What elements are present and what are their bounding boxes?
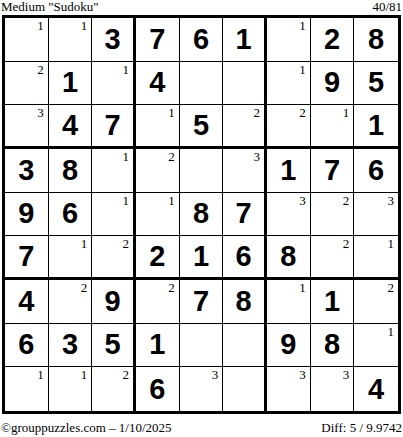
- sudoku-grid: 1137611282114195347152211381231769611873…: [2, 15, 401, 414]
- cell-value: 1: [324, 287, 340, 316]
- cell-value: 1: [236, 25, 252, 54]
- cell-value: 1: [62, 68, 78, 97]
- pencil-mark: 1: [37, 19, 44, 33]
- pencil-mark: 2: [299, 106, 306, 120]
- cell-r1c7[interactable]: 1: [267, 18, 311, 62]
- cell-r6c4[interactable]: 2: [136, 236, 180, 280]
- pencil-mark: 1: [299, 281, 306, 295]
- cell-r4c3[interactable]: 1: [92, 149, 136, 193]
- cell-value: 7: [149, 25, 165, 54]
- cell-r2c3[interactable]: 1: [92, 62, 136, 106]
- cell-r7c6[interactable]: 8: [223, 280, 267, 324]
- cell-value: 9: [280, 330, 296, 359]
- pencil-mark: 3: [37, 106, 44, 120]
- cell-r1c3[interactable]: 3: [92, 18, 136, 62]
- difficulty-text: Diff: 5 / 9.9742: [321, 421, 402, 435]
- cell-r2c9[interactable]: 5: [354, 62, 398, 106]
- cell-value: 4: [18, 287, 34, 316]
- cell-value: 9: [324, 68, 340, 97]
- cell-value: 4: [62, 111, 78, 140]
- cell-r5c8[interactable]: 2: [311, 193, 355, 237]
- pencil-mark: 1: [37, 368, 44, 382]
- cell-value: 5: [193, 111, 209, 140]
- cell-r8c5[interactable]: [180, 324, 224, 368]
- footer: ©grouppuzzles.com – 1/10/2025 Diff: 5 / …: [0, 421, 403, 435]
- cell-r8c4[interactable]: 1: [136, 324, 180, 368]
- cell-r5c7[interactable]: 3: [267, 193, 311, 237]
- cell-r7c1[interactable]: 4: [5, 280, 49, 324]
- cell-value: 7: [324, 156, 340, 185]
- cell-r9c9[interactable]: 4: [354, 367, 398, 411]
- cell-r5c6[interactable]: 7: [223, 193, 267, 237]
- cell-r4c1[interactable]: 3: [5, 149, 49, 193]
- pencil-mark: 2: [168, 281, 175, 295]
- cell-value: 1: [368, 111, 384, 140]
- pencil-mark: 1: [299, 63, 306, 77]
- cell-r8c7[interactable]: 9: [267, 324, 311, 368]
- cell-value: 7: [236, 199, 252, 228]
- cell-value: 7: [193, 287, 209, 316]
- cell-r6c9[interactable]: 1: [354, 236, 398, 280]
- cell-r2c8[interactable]: 9: [311, 62, 355, 106]
- pencil-mark: 1: [123, 194, 130, 208]
- pencil-mark: 2: [254, 106, 261, 120]
- cell-r1c1[interactable]: 1: [5, 18, 49, 62]
- cell-r8c8[interactable]: 8: [311, 324, 355, 368]
- cell-r6c1[interactable]: 7: [5, 236, 49, 280]
- sudoku-page: Medium "Sudoku" 40/81 113761128211419534…: [0, 0, 403, 437]
- cell-r2c1[interactable]: 2: [5, 62, 49, 106]
- cell-value: 2: [149, 242, 165, 271]
- cell-r7c4[interactable]: 2: [136, 280, 180, 324]
- pencil-mark: 3: [299, 194, 306, 208]
- cell-value: 9: [18, 199, 34, 228]
- cell-r5c2[interactable]: 6: [49, 193, 93, 237]
- page-title: Medium "Sudoku": [1, 0, 99, 14]
- cell-r9c1[interactable]: 1: [5, 367, 49, 411]
- cell-r6c2[interactable]: 1: [49, 236, 93, 280]
- cell-r1c2[interactable]: 1: [49, 18, 93, 62]
- cell-r9c6[interactable]: [223, 367, 267, 411]
- pencil-mark: 3: [388, 194, 395, 208]
- pencil-mark: 2: [81, 281, 88, 295]
- cell-value: 8: [62, 156, 78, 185]
- cell-r8c2[interactable]: 3: [49, 324, 93, 368]
- cell-r3c6[interactable]: 2: [223, 105, 267, 149]
- cell-r3c3[interactable]: 7: [92, 105, 136, 149]
- cell-value: 6: [193, 25, 209, 54]
- cell-value: 6: [368, 156, 384, 185]
- cell-r7c8[interactable]: 1: [311, 280, 355, 324]
- pencil-mark: 3: [254, 150, 261, 164]
- cell-r2c7[interactable]: 1: [267, 62, 311, 106]
- cell-value: 6: [149, 375, 165, 404]
- cell-r6c3[interactable]: 2: [92, 236, 136, 280]
- cell-value: 6: [18, 330, 34, 359]
- pencil-mark: 1: [299, 19, 306, 33]
- pencil-mark: 1: [168, 106, 175, 120]
- pencil-mark: 3: [299, 368, 306, 382]
- cell-r6c5[interactable]: 1: [180, 236, 224, 280]
- fill-counter: 40/81: [372, 0, 402, 14]
- cell-r4c6[interactable]: 3: [223, 149, 267, 193]
- cell-value: 6: [236, 242, 252, 271]
- cell-r5c9[interactable]: 3: [354, 193, 398, 237]
- cell-value: 8: [193, 199, 209, 228]
- cell-r8c3[interactable]: 5: [92, 324, 136, 368]
- cell-r7c9[interactable]: 2: [354, 280, 398, 324]
- pencil-mark: 3: [212, 368, 219, 382]
- cell-r4c8[interactable]: 7: [311, 149, 355, 193]
- pencil-mark: 1: [81, 237, 88, 251]
- cell-r7c7[interactable]: 1: [267, 280, 311, 324]
- cell-r2c4[interactable]: 4: [136, 62, 180, 106]
- cell-value: 4: [149, 68, 165, 97]
- cell-value: 1: [149, 330, 165, 359]
- cell-r4c2[interactable]: 8: [49, 149, 93, 193]
- cell-r5c5[interactable]: 8: [180, 193, 224, 237]
- cell-value: 3: [105, 25, 121, 54]
- copyright-text: ©grouppuzzles.com – 1/10/2025: [1, 421, 172, 435]
- cell-r2c6[interactable]: [223, 62, 267, 106]
- cell-r6c7[interactable]: 8: [267, 236, 311, 280]
- cell-r3c8[interactable]: 1: [311, 105, 355, 149]
- cell-r7c2[interactable]: 2: [49, 280, 93, 324]
- cell-r9c4[interactable]: 6: [136, 367, 180, 411]
- pencil-mark: 2: [343, 194, 350, 208]
- pencil-mark: 2: [37, 63, 44, 77]
- cell-r1c6[interactable]: 1: [223, 18, 267, 62]
- cell-value: 1: [193, 242, 209, 271]
- cell-value: 8: [368, 25, 384, 54]
- cell-value: 7: [18, 242, 34, 271]
- pencil-mark: 1: [123, 150, 130, 164]
- cell-r7c3[interactable]: 9: [92, 280, 136, 324]
- cell-r4c4[interactable]: 2: [136, 149, 180, 193]
- cell-r2c5[interactable]: [180, 62, 224, 106]
- pencil-mark: 2: [343, 237, 350, 251]
- pencil-mark: 2: [388, 281, 395, 295]
- cell-r6c6[interactable]: 6: [223, 236, 267, 280]
- cell-value: 8: [324, 330, 340, 359]
- cell-r3c4[interactable]: 1: [136, 105, 180, 149]
- cell-r3c2[interactable]: 4: [49, 105, 93, 149]
- cell-r6c8[interactable]: 2: [311, 236, 355, 280]
- cell-r9c3[interactable]: 2: [92, 367, 136, 411]
- cell-r3c1[interactable]: 3: [5, 105, 49, 149]
- header: Medium "Sudoku" 40/81: [0, 0, 403, 15]
- cell-r9c5[interactable]: 3: [180, 367, 224, 411]
- pencil-mark: 3: [343, 368, 350, 382]
- pencil-mark: 2: [123, 368, 130, 382]
- cell-r5c3[interactable]: 1: [92, 193, 136, 237]
- cell-r1c4[interactable]: 7: [136, 18, 180, 62]
- cell-r4c7[interactable]: 1: [267, 149, 311, 193]
- cell-value: 8: [280, 242, 296, 271]
- cell-r2c2[interactable]: 1: [49, 62, 93, 106]
- pencil-mark: 1: [343, 106, 350, 120]
- cell-value: 5: [368, 68, 384, 97]
- cell-r5c1[interactable]: 9: [5, 193, 49, 237]
- cell-r1c9[interactable]: 8: [354, 18, 398, 62]
- cell-value: 6: [62, 199, 78, 228]
- pencil-mark: 1: [388, 325, 395, 339]
- cell-r9c7[interactable]: 3: [267, 367, 311, 411]
- cell-r3c7[interactable]: 2: [267, 105, 311, 149]
- cell-value: 9: [105, 287, 121, 316]
- pencil-mark: 1: [388, 237, 395, 251]
- cell-r3c5[interactable]: 5: [180, 105, 224, 149]
- cell-value: 3: [62, 330, 78, 359]
- cell-r7c5[interactable]: 7: [180, 280, 224, 324]
- cell-r8c9[interactable]: 1: [354, 324, 398, 368]
- cell-r1c8[interactable]: 2: [311, 18, 355, 62]
- cell-r1c5[interactable]: 6: [180, 18, 224, 62]
- cell-r8c1[interactable]: 6: [5, 324, 49, 368]
- cell-value: 4: [368, 375, 384, 404]
- pencil-mark: 1: [81, 19, 88, 33]
- cell-r9c2[interactable]: 1: [49, 367, 93, 411]
- cell-r4c9[interactable]: 6: [354, 149, 398, 193]
- cell-value: 5: [105, 330, 121, 359]
- cell-r9c8[interactable]: 3: [311, 367, 355, 411]
- pencil-mark: 1: [81, 368, 88, 382]
- pencil-mark: 2: [168, 150, 175, 164]
- pencil-mark: 1: [168, 194, 175, 208]
- cell-value: 8: [236, 287, 252, 316]
- cell-value: 2: [324, 25, 340, 54]
- cell-r8c6[interactable]: [223, 324, 267, 368]
- cell-value: 1: [280, 156, 296, 185]
- pencil-mark: 1: [123, 63, 130, 77]
- cell-r5c4[interactable]: 1: [136, 193, 180, 237]
- cell-r3c9[interactable]: 1: [354, 105, 398, 149]
- cell-value: 3: [18, 156, 34, 185]
- pencil-mark: 2: [123, 237, 130, 251]
- cell-value: 7: [105, 111, 121, 140]
- cell-r4c5[interactable]: [180, 149, 224, 193]
